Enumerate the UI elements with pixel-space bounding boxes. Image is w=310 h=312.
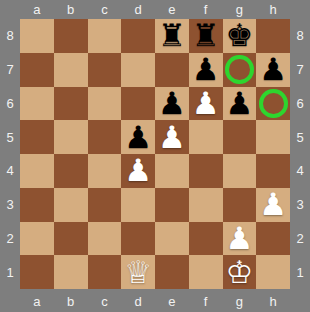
file-label-e: e: [155, 0, 189, 19]
white-queen[interactable]: ♕: [124, 257, 152, 288]
square-d2[interactable]: [121, 222, 155, 256]
square-d4[interactable]: ♟: [121, 154, 155, 188]
rank-labels-left: 87654321: [0, 19, 20, 289]
square-c1[interactable]: [88, 255, 122, 289]
file-label-a: a: [20, 0, 54, 19]
file-label-b: b: [54, 290, 88, 312]
square-a2[interactable]: [20, 222, 54, 256]
square-c8[interactable]: [88, 19, 122, 53]
square-f8[interactable]: ♜: [189, 19, 223, 53]
square-g6[interactable]: ♟: [223, 87, 257, 121]
square-a3[interactable]: [20, 188, 54, 222]
square-h2[interactable]: [256, 222, 290, 256]
square-d1[interactable]: ♕: [121, 255, 155, 289]
square-d7[interactable]: [121, 53, 155, 87]
square-c7[interactable]: [88, 53, 122, 87]
rank-label-1: 1: [0, 255, 20, 289]
board-frame: abcdefgh abcdefgh 87654321 87654321 ♜♜♚♟…: [0, 0, 310, 312]
square-e2[interactable]: [155, 222, 189, 256]
square-c4[interactable]: [88, 154, 122, 188]
square-c5[interactable]: [88, 120, 122, 154]
square-h7[interactable]: ♟: [256, 53, 290, 87]
square-d8[interactable]: [121, 19, 155, 53]
square-e5[interactable]: ♟: [155, 120, 189, 154]
white-pawn[interactable]: ♟: [124, 155, 152, 186]
square-e3[interactable]: [155, 188, 189, 222]
rank-label-7: 7: [0, 53, 20, 87]
square-e6[interactable]: ♟: [155, 87, 189, 121]
rank-label-3: 3: [0, 188, 20, 222]
file-label-b: b: [54, 0, 88, 19]
black-rook[interactable]: ♜: [192, 20, 220, 51]
square-e4[interactable]: [155, 154, 189, 188]
square-g7[interactable]: [223, 53, 257, 87]
square-c2[interactable]: [88, 222, 122, 256]
square-a6[interactable]: [20, 87, 54, 121]
black-pawn[interactable]: ♟: [158, 88, 186, 119]
file-labels-bottom: abcdefgh: [20, 290, 290, 312]
square-b1[interactable]: [54, 255, 88, 289]
square-a5[interactable]: [20, 120, 54, 154]
square-f3[interactable]: [189, 188, 223, 222]
white-king[interactable]: ♔: [225, 257, 253, 288]
file-label-f: f: [189, 290, 223, 312]
square-h3[interactable]: ♟: [256, 188, 290, 222]
square-g5[interactable]: [223, 120, 257, 154]
square-f2[interactable]: [189, 222, 223, 256]
file-label-a: a: [20, 290, 54, 312]
move-highlight-circle-g7: [225, 55, 254, 84]
file-label-c: c: [88, 0, 122, 19]
square-f5[interactable]: [189, 120, 223, 154]
file-label-f: f: [189, 0, 223, 19]
square-c3[interactable]: [88, 188, 122, 222]
square-f4[interactable]: [189, 154, 223, 188]
square-b2[interactable]: [54, 222, 88, 256]
black-pawn[interactable]: ♟: [124, 122, 152, 153]
square-a8[interactable]: [20, 19, 54, 53]
square-b5[interactable]: [54, 120, 88, 154]
file-label-d: d: [121, 0, 155, 19]
square-b7[interactable]: [54, 53, 88, 87]
file-label-g: g: [223, 0, 257, 19]
square-f6[interactable]: ♟: [189, 87, 223, 121]
black-pawn[interactable]: ♟: [225, 88, 253, 119]
black-pawn[interactable]: ♟: [192, 54, 220, 85]
square-c6[interactable]: [88, 87, 122, 121]
square-b3[interactable]: [54, 188, 88, 222]
rank-label-8: 8: [290, 19, 310, 53]
rank-label-8: 8: [0, 19, 20, 53]
white-pawn[interactable]: ♟: [259, 189, 287, 220]
file-labels-top: abcdefgh: [20, 0, 290, 19]
square-e1[interactable]: [155, 255, 189, 289]
rank-label-7: 7: [290, 53, 310, 87]
rank-label-4: 4: [0, 154, 20, 188]
white-pawn[interactable]: ♟: [225, 223, 253, 254]
square-b8[interactable]: [54, 19, 88, 53]
move-highlight-circle-h6: [259, 89, 288, 118]
square-b6[interactable]: [54, 87, 88, 121]
square-d5[interactable]: ♟: [121, 120, 155, 154]
square-h4[interactable]: [256, 154, 290, 188]
square-g3[interactable]: [223, 188, 257, 222]
rank-label-1: 1: [290, 255, 310, 289]
file-label-h: h: [256, 290, 290, 312]
rank-label-2: 2: [0, 222, 20, 256]
square-g4[interactable]: [223, 154, 257, 188]
black-king[interactable]: ♚: [225, 20, 253, 51]
black-pawn[interactable]: ♟: [259, 54, 287, 85]
file-label-g: g: [223, 290, 257, 312]
square-h6[interactable]: [256, 87, 290, 121]
white-pawn[interactable]: ♟: [192, 88, 220, 119]
square-g1[interactable]: ♔: [223, 255, 257, 289]
rank-label-4: 4: [290, 154, 310, 188]
square-h5[interactable]: [256, 120, 290, 154]
black-rook[interactable]: ♜: [158, 20, 186, 51]
square-d6[interactable]: [121, 87, 155, 121]
square-d3[interactable]: [121, 188, 155, 222]
rank-label-5: 5: [0, 120, 20, 154]
file-label-c: c: [88, 290, 122, 312]
square-a4[interactable]: [20, 154, 54, 188]
square-h8[interactable]: [256, 19, 290, 53]
rank-label-2: 2: [290, 222, 310, 256]
square-e7[interactable]: [155, 53, 189, 87]
file-label-d: d: [121, 290, 155, 312]
rank-label-6: 6: [290, 87, 310, 121]
square-e8[interactable]: ♜: [155, 19, 189, 53]
file-label-e: e: [155, 290, 189, 312]
rank-label-3: 3: [290, 188, 310, 222]
rank-label-5: 5: [290, 120, 310, 154]
rank-labels-right: 87654321: [290, 19, 310, 289]
square-f7[interactable]: ♟: [189, 53, 223, 87]
white-pawn[interactable]: ♟: [158, 122, 186, 153]
file-label-h: h: [256, 0, 290, 19]
chess-board[interactable]: ♜♜♚♟♟♟♟♟♟♟♟♟♟♕♔: [20, 19, 290, 289]
square-h1[interactable]: [256, 255, 290, 289]
square-a1[interactable]: [20, 255, 54, 289]
square-b4[interactable]: [54, 154, 88, 188]
square-g2[interactable]: ♟: [223, 222, 257, 256]
square-a7[interactable]: [20, 53, 54, 87]
square-g8[interactable]: ♚: [223, 19, 257, 53]
square-f1[interactable]: [189, 255, 223, 289]
rank-label-6: 6: [0, 87, 20, 121]
